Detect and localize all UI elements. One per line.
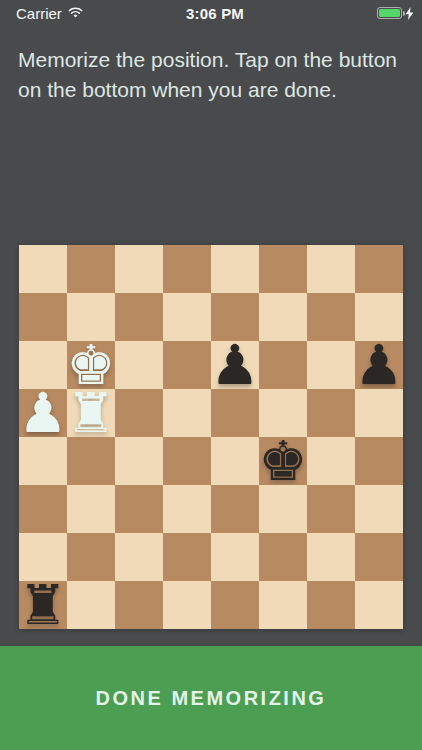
square-c6 [115, 341, 163, 389]
square-d6 [163, 341, 211, 389]
black-pawn: ♟ [211, 341, 259, 389]
square-h1 [355, 581, 403, 629]
square-c5 [115, 389, 163, 437]
square-a8 [19, 245, 67, 293]
square-h4 [355, 437, 403, 485]
square-e7 [211, 293, 259, 341]
square-h2 [355, 533, 403, 581]
chess-board: ♚♟♟♟♜♚♜ [19, 245, 403, 629]
square-f1 [259, 581, 307, 629]
square-c7 [115, 293, 163, 341]
square-a6 [19, 341, 67, 389]
square-b6: ♚ [67, 341, 115, 389]
instruction-text: Memorize the position. Tap on the button… [0, 45, 422, 105]
square-d5 [163, 389, 211, 437]
square-c2 [115, 533, 163, 581]
white-king: ♚ [67, 341, 115, 389]
square-b5: ♜ [67, 389, 115, 437]
square-b2 [67, 533, 115, 581]
square-h8 [355, 245, 403, 293]
square-d7 [163, 293, 211, 341]
black-rook: ♜ [19, 581, 67, 629]
instruction-line-1: Memorize the position. Tap on the button [18, 45, 404, 75]
board-container: ♚♟♟♟♜♚♜ [0, 245, 422, 629]
square-b3 [67, 485, 115, 533]
square-b4 [67, 437, 115, 485]
square-b7 [67, 293, 115, 341]
square-f4: ♚ [259, 437, 307, 485]
square-a5: ♟ [19, 389, 67, 437]
square-g3 [307, 485, 355, 533]
square-e1 [211, 581, 259, 629]
square-e5 [211, 389, 259, 437]
square-h3 [355, 485, 403, 533]
square-a3 [19, 485, 67, 533]
status-bar: Carrier 3:06 PM [0, 0, 422, 24]
square-b8 [67, 245, 115, 293]
square-f3 [259, 485, 307, 533]
square-b1 [67, 581, 115, 629]
square-g2 [307, 533, 355, 581]
carrier-label: Carrier [16, 5, 62, 22]
square-c4 [115, 437, 163, 485]
square-d4 [163, 437, 211, 485]
done-memorizing-button[interactable]: DONE MEMORIZING [0, 646, 422, 750]
wifi-icon [67, 7, 84, 19]
square-g4 [307, 437, 355, 485]
square-g7 [307, 293, 355, 341]
square-f2 [259, 533, 307, 581]
square-f8 [259, 245, 307, 293]
square-g1 [307, 581, 355, 629]
square-e3 [211, 485, 259, 533]
square-d1 [163, 581, 211, 629]
black-king: ♚ [259, 437, 307, 485]
black-pawn: ♟ [355, 341, 403, 389]
charging-bolt-icon [405, 7, 414, 20]
square-h5 [355, 389, 403, 437]
square-d2 [163, 533, 211, 581]
clock: 3:06 PM [186, 5, 244, 22]
white-rook: ♜ [67, 389, 115, 437]
square-a2 [19, 533, 67, 581]
square-e8 [211, 245, 259, 293]
square-c1 [115, 581, 163, 629]
square-g6 [307, 341, 355, 389]
square-a1: ♜ [19, 581, 67, 629]
white-pawn: ♟ [19, 389, 67, 437]
square-g8 [307, 245, 355, 293]
square-g5 [307, 389, 355, 437]
instruction-line-2: on the bottom when you are done. [18, 75, 404, 105]
square-e4 [211, 437, 259, 485]
square-h6: ♟ [355, 341, 403, 389]
square-f7 [259, 293, 307, 341]
square-f5 [259, 389, 307, 437]
square-f6 [259, 341, 307, 389]
square-c8 [115, 245, 163, 293]
square-d8 [163, 245, 211, 293]
square-c3 [115, 485, 163, 533]
square-e6: ♟ [211, 341, 259, 389]
square-a7 [19, 293, 67, 341]
square-d3 [163, 485, 211, 533]
battery-icon [377, 7, 402, 19]
square-a4 [19, 437, 67, 485]
square-h7 [355, 293, 403, 341]
square-e2 [211, 533, 259, 581]
